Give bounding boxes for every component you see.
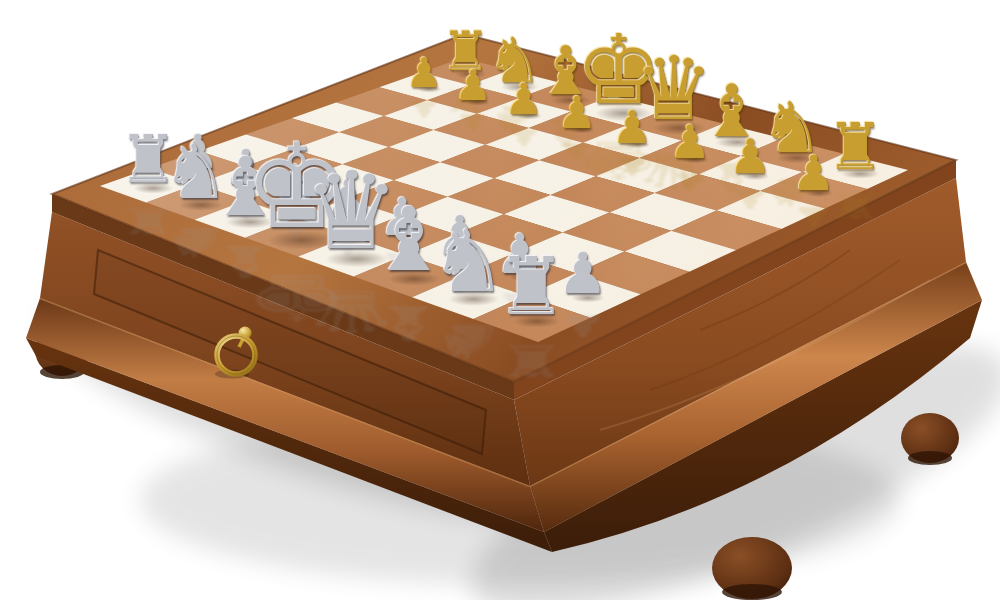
piece-black-pawn-b7[interactable]: ♟: [729, 134, 772, 182]
piece-white-rook-a1[interactable]: ♜: [496, 247, 567, 326]
piece-reflection: ♟: [792, 203, 836, 230]
piece-reflection: ♛: [304, 282, 400, 341]
piece-reflection: ♟: [406, 97, 443, 120]
piece-black-pawn-d7[interactable]: ♟: [612, 104, 653, 149]
piece-reflection: ♟: [729, 186, 772, 212]
piece-black-pawn-e7[interactable]: ♟: [557, 91, 597, 135]
piece-reflection: ♚: [245, 265, 350, 329]
piece-reflection: ♟: [669, 169, 711, 194]
chess-set-photo: ♜♜♞♞♝♝♛♛♚♚♝♝♞♞♜♜♟♟♟♟♟♟♟♟♟♟♟♟♟♟♟♟♜♜♞♞♝♝♛♛…: [0, 0, 1000, 600]
piece-black-pawn-f7[interactable]: ♟: [505, 78, 544, 121]
piece-reflection: ♟: [454, 111, 492, 134]
piece-reflection: ♟: [557, 139, 597, 163]
piece-black-pawn-a7[interactable]: ♟: [792, 149, 836, 198]
piece-black-pawn-h7[interactable]: ♟: [406, 53, 443, 94]
piece-reflection: ♟: [505, 124, 544, 148]
piece-reflection: ♟: [612, 154, 653, 179]
piece-black-pawn-g7[interactable]: ♟: [454, 65, 492, 107]
pieces-layer: ♜♜♞♞♝♝♛♛♚♚♝♝♞♞♜♜♟♟♟♟♟♟♟♟♟♟♟♟♟♟♟♟♜♜♞♞♝♝♛♛…: [0, 0, 1000, 600]
piece-reflection: ♜: [496, 338, 567, 382]
piece-black-pawn-c7[interactable]: ♟: [669, 119, 711, 165]
